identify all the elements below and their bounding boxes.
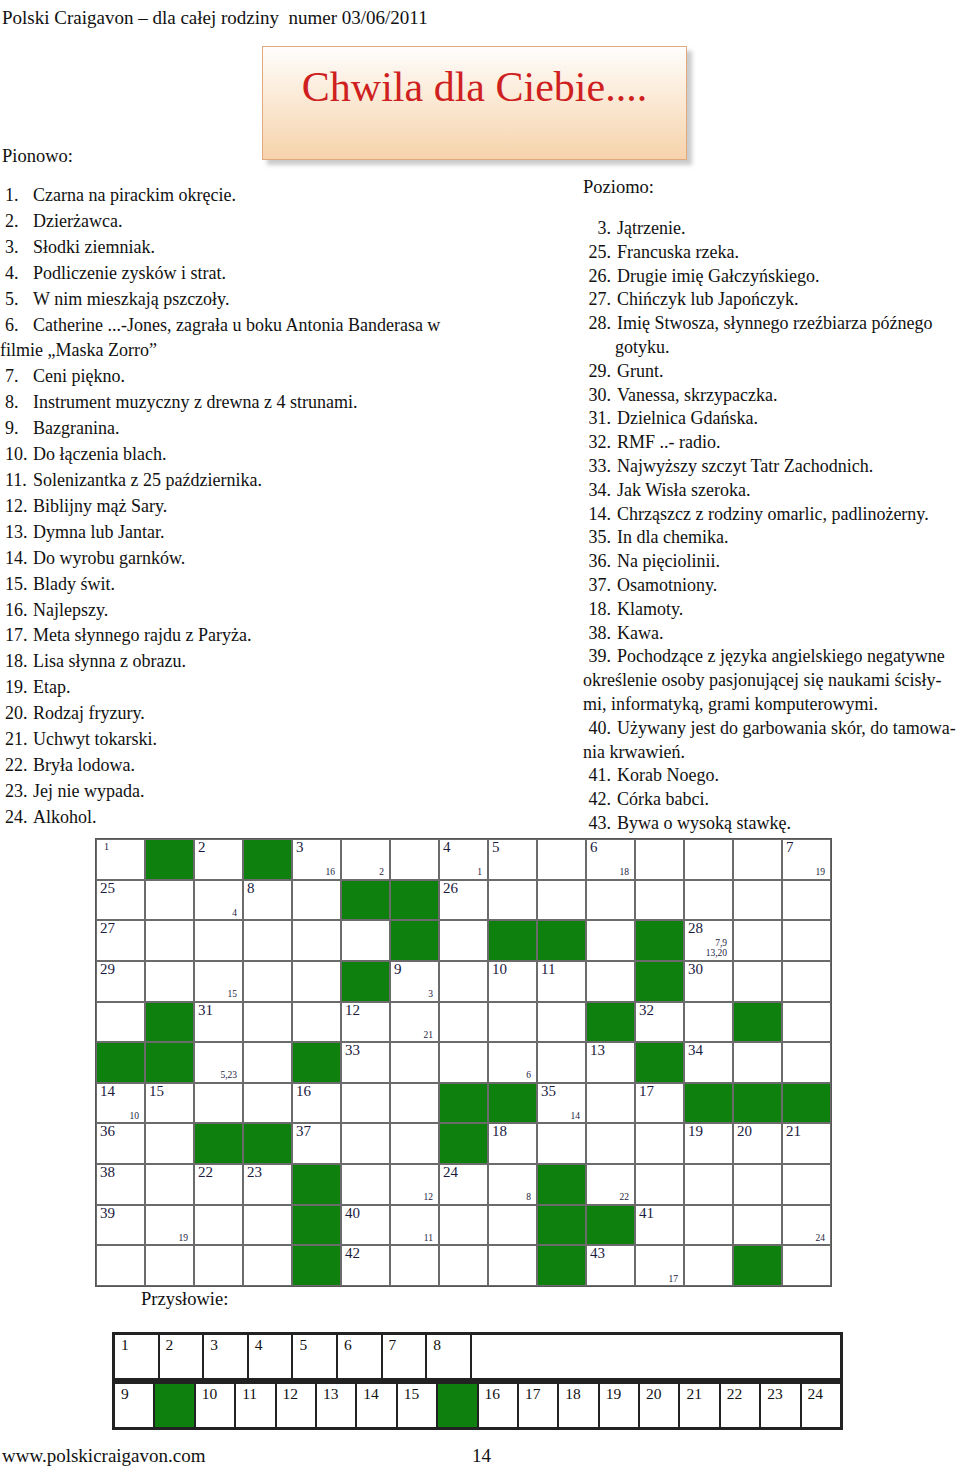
crossword-cell[interactable] — [243, 1002, 292, 1043]
crossword-cell[interactable]: 17 — [635, 1245, 684, 1286]
crossword-cell[interactable]: 34 — [684, 1042, 733, 1083]
crossword-cell[interactable]: 32 — [635, 1002, 684, 1043]
crossword-cell[interactable]: 38 — [96, 1164, 145, 1205]
answer-cell[interactable]: 12 — [276, 1383, 316, 1428]
crossword-cell[interactable]: 1410 — [96, 1083, 145, 1124]
cell-letter-index: 14 — [571, 1111, 581, 1121]
crossword-cell[interactable] — [439, 1205, 488, 1246]
answer-cell-number: 15 — [404, 1385, 420, 1403]
crossword-cell[interactable] — [243, 1245, 292, 1286]
answer-cell-blocked — [437, 1383, 477, 1428]
crossword-cell[interactable]: 43 — [586, 1245, 635, 1286]
clue-number: 34. — [583, 479, 611, 503]
crossword-cell[interactable] — [635, 1123, 684, 1164]
clue-line: 10.Do łączenia blach. — [0, 442, 500, 468]
crossword-cell[interactable] — [96, 1245, 145, 1286]
crossword-cell[interactable]: 15 — [145, 1083, 194, 1124]
clue-number: 19. — [0, 675, 33, 701]
cell-clue-number: 26 — [443, 881, 458, 897]
clue-number: 6. — [0, 313, 33, 339]
crossword-cell[interactable] — [782, 1164, 831, 1205]
answer-cell[interactable]: 19 — [599, 1383, 639, 1428]
crossword-cell[interactable] — [96, 1002, 145, 1043]
clue-number: 3. — [583, 217, 611, 241]
clue-number: 37. — [583, 574, 611, 598]
crossword-cell[interactable]: 41 — [439, 839, 488, 880]
crossword-cell[interactable] — [145, 1245, 194, 1286]
blocked-cell — [537, 1205, 586, 1246]
crossword-cell[interactable]: 4 — [194, 880, 243, 921]
crossword-cell[interactable]: 17 — [635, 1083, 684, 1124]
answer-cell[interactable]: 16 — [478, 1383, 518, 1428]
cell-clue-number: 43 — [590, 1246, 605, 1262]
clue-text: In dla chemika. — [617, 527, 728, 547]
crossword-cell[interactable] — [733, 920, 782, 961]
crossword-cell[interactable]: 26 — [439, 880, 488, 921]
answer-cell-number: 19 — [606, 1385, 622, 1403]
cell-clue-number: 24 — [443, 1165, 458, 1181]
crossword-cell[interactable] — [488, 1245, 537, 1286]
crossword-cell[interactable]: 5 — [488, 839, 537, 880]
crossword-cell[interactable] — [243, 1042, 292, 1083]
crossword-cell[interactable]: 21 — [390, 1002, 439, 1043]
answer-cell-number: 1 — [121, 1336, 129, 1354]
answer-cell[interactable]: 18 — [558, 1383, 598, 1428]
cell-letter-index: 15 — [228, 989, 238, 999]
cell-clue-number: 32 — [639, 1003, 654, 1019]
clue-line: 5.W nim mieszkają pszczoły. — [0, 287, 500, 313]
clue-wrap-line: określenie osoby pasjonującej się naukam… — [583, 669, 960, 693]
answer-cell-number: 4 — [255, 1336, 263, 1354]
crossword-cell[interactable] — [586, 1123, 635, 1164]
crossword-cell[interactable] — [292, 1002, 341, 1043]
crossword-cell[interactable]: 12 — [341, 1002, 390, 1043]
clue-text: Catherine ...-Jones, zagrała u boku Anto… — [33, 315, 440, 335]
blocked-cell — [292, 1245, 341, 1286]
crossword-cell[interactable] — [537, 1123, 586, 1164]
crossword-cell[interactable] — [243, 1205, 292, 1246]
crossword-cell[interactable] — [341, 1083, 390, 1124]
crossword-cell[interactable]: 11 — [390, 1205, 439, 1246]
crossword-cell[interactable] — [292, 961, 341, 1002]
crossword-cell[interactable] — [292, 880, 341, 921]
crossword-cell[interactable]: 18 — [488, 1123, 537, 1164]
crossword-cell[interactable] — [145, 1164, 194, 1205]
crossword-cell[interactable] — [145, 1123, 194, 1164]
answer-cell[interactable]: 8 — [426, 1334, 471, 1379]
answer-cell-number: 23 — [767, 1385, 783, 1403]
crossword-cell[interactable]: 2 — [341, 839, 390, 880]
crossword-cell[interactable] — [439, 1042, 488, 1083]
proverb-answer-row-1: 12345678 — [112, 1332, 843, 1381]
crossword-cell[interactable] — [194, 1245, 243, 1286]
clue-wrap-line: filmie „Maska Zorro” — [0, 338, 500, 364]
crossword-cell[interactable] — [390, 1083, 439, 1124]
crossword-cell[interactable] — [488, 1205, 537, 1246]
clue-line: 18.Klamoty. — [583, 598, 960, 622]
crossword-cell[interactable] — [341, 1123, 390, 1164]
crossword-cell[interactable]: 30 — [684, 961, 733, 1002]
blocked-cell — [537, 1164, 586, 1205]
crossword-cell[interactable]: 10 — [488, 961, 537, 1002]
answer-cell[interactable]: 14 — [356, 1383, 396, 1428]
clue-text: W nim mieszkają pszczoły. — [33, 289, 229, 309]
crossword-cell[interactable] — [684, 1002, 733, 1043]
cell-clue-number: 40 — [345, 1206, 360, 1222]
clue-line: 41.Korab Noego. — [583, 764, 960, 788]
answer-cell[interactable]: 13 — [316, 1383, 356, 1428]
crossword-cell[interactable]: 37 — [292, 1123, 341, 1164]
cell-letter-index: 16 — [326, 867, 336, 877]
crossword-cell[interactable] — [194, 920, 243, 961]
blocked-cell — [684, 1083, 733, 1124]
crossword-cell[interactable] — [292, 920, 341, 961]
clue-text: Córka babci. — [617, 789, 709, 809]
crossword-cell[interactable] — [782, 880, 831, 921]
crossword-cell[interactable]: 618 — [586, 839, 635, 880]
clue-number: 21. — [0, 727, 33, 753]
clue-wrap-line: gotyku. — [583, 336, 960, 360]
crossword-cell[interactable]: 16 — [292, 1083, 341, 1124]
crossword-cell[interactable] — [341, 920, 390, 961]
crossword-cell[interactable] — [390, 1042, 439, 1083]
clue-text: Instrument muzyczny z drewna z 4 strunam… — [33, 392, 357, 412]
cell-letter-index: 3 — [428, 989, 433, 999]
cell-clue-number: 36 — [100, 1124, 115, 1140]
crossword-cell[interactable]: 719 — [782, 839, 831, 880]
crossword-cell[interactable]: 20 — [733, 1123, 782, 1164]
crossword-cell[interactable] — [145, 961, 194, 1002]
answer-cell-number: 16 — [485, 1385, 501, 1403]
clue-number: 41. — [583, 764, 611, 788]
clue-text: Chińczyk lub Japończyk. — [617, 289, 798, 309]
crossword-cell[interactable]: 316 — [292, 839, 341, 880]
crossword-cell[interactable]: 40 — [341, 1205, 390, 1246]
clue-number: 10. — [0, 442, 33, 468]
clue-number: 14. — [0, 546, 33, 572]
crossword-cell[interactable] — [439, 1002, 488, 1043]
crossword-cell[interactable]: 11 — [537, 961, 586, 1002]
clue-line: 13.Dymna lub Jantar. — [0, 520, 500, 546]
crossword-cell[interactable]: 5,23 — [194, 1042, 243, 1083]
clue-line: 39.Pochodzące z języka angielskiego nega… — [583, 645, 960, 669]
clue-line: 1.Czarna na pirackim okręcie. — [0, 183, 500, 209]
crossword-cell[interactable] — [782, 1245, 831, 1286]
crossword-cell[interactable] — [537, 1002, 586, 1043]
crossword-cell[interactable] — [243, 961, 292, 1002]
answer-cell[interactable]: 1 — [114, 1334, 159, 1379]
clue-wrap-line: nia krwawień. — [583, 741, 960, 765]
cell-clue-number: 29 — [100, 962, 115, 978]
poziomo-clue-list: 3.Jątrzenie.25.Francuska rzeka.26.Drugie… — [583, 217, 960, 836]
answer-cell-number: 7 — [389, 1336, 397, 1354]
blocked-cell — [635, 1042, 684, 1083]
cell-clue-number: 35 — [541, 1084, 556, 1100]
answer-cell-number: 10 — [202, 1385, 218, 1403]
crossword-cell[interactable] — [390, 839, 439, 880]
clue-number: 5. — [0, 287, 33, 313]
crossword-cell[interactable] — [537, 839, 586, 880]
answer-cell-number: 17 — [525, 1385, 541, 1403]
answer-cell[interactable]: 2 — [159, 1334, 204, 1379]
crossword-cell[interactable]: 25 — [96, 880, 145, 921]
clue-text: Chrząszcz z rodziny omarlic, padlinożern… — [617, 504, 929, 524]
clue-wrap-line: mi, informatyką, grami komputerowymi. — [583, 693, 960, 717]
crossword-cell[interactable] — [145, 880, 194, 921]
clue-line: 36.Na pięciolinii. — [583, 550, 960, 574]
crossword-cell[interactable]: 41 — [635, 1205, 684, 1246]
crossword-cell[interactable]: 42 — [341, 1245, 390, 1286]
crossword-cell[interactable] — [537, 880, 586, 921]
clue-number: 3. — [0, 235, 33, 261]
poziomo-heading: Poziomo: — [583, 177, 654, 198]
blocked-cell — [439, 1123, 488, 1164]
crossword-cell[interactable] — [782, 1042, 831, 1083]
cell-clue-number: 6 — [590, 840, 598, 856]
clue-number: 1. — [0, 183, 33, 209]
clue-text: Bywa o wysoką stawkę. — [617, 813, 791, 833]
crossword-cell[interactable] — [782, 961, 831, 1002]
crossword-cell[interactable]: 19 — [145, 1205, 194, 1246]
answer-cell-number: 6 — [344, 1336, 352, 1354]
clue-line: 9.Bazgranina. — [0, 416, 500, 442]
crossword-cell[interactable]: 36 — [96, 1123, 145, 1164]
crossword-cell[interactable]: 6 — [488, 1042, 537, 1083]
clue-number: 15. — [0, 572, 33, 598]
crossword-cell[interactable] — [733, 880, 782, 921]
clue-number: 40. — [583, 717, 611, 741]
clue-text: Francuska rzeka. — [617, 242, 739, 262]
clue-line: 31.Dzielnica Gdańska. — [583, 407, 960, 431]
clue-number: 2. — [0, 209, 33, 235]
answer-cell-number: 5 — [299, 1336, 307, 1354]
blocked-cell — [488, 1083, 537, 1124]
crossword-cell[interactable]: 31 — [194, 1002, 243, 1043]
crossword-cell[interactable]: 15 — [194, 961, 243, 1002]
crossword-cell[interactable] — [733, 839, 782, 880]
cell-letter-index: 17 — [669, 1274, 679, 1284]
clue-number: 8. — [0, 390, 33, 416]
crossword-cell[interactable] — [684, 1164, 733, 1205]
clue-text: Dymna lub Jantar. — [33, 522, 164, 542]
crossword-cell[interactable]: 39 — [96, 1205, 145, 1246]
crossword-cell[interactable] — [537, 1042, 586, 1083]
answer-cell[interactable]: 10 — [195, 1383, 235, 1428]
answer-cell[interactable]: 15 — [397, 1383, 437, 1428]
crossword-cell[interactable]: 93 — [390, 961, 439, 1002]
clue-line: 4.Podliczenie zysków i strat. — [0, 261, 500, 287]
crossword-cell[interactable]: 24 — [439, 1164, 488, 1205]
clue-number: 35. — [583, 526, 611, 550]
crossword-cell[interactable] — [684, 1205, 733, 1246]
crossword-cell[interactable] — [782, 1002, 831, 1043]
clue-text: Meta słynnego rajdu z Paryża. — [33, 625, 251, 645]
crossword-cell[interactable]: 12 — [390, 1164, 439, 1205]
crossword-cell[interactable] — [684, 1245, 733, 1286]
crossword-cell[interactable] — [586, 880, 635, 921]
answer-cell[interactable]: 23 — [760, 1383, 800, 1428]
blocked-cell — [292, 1205, 341, 1246]
cell-clue-number: 16 — [296, 1084, 311, 1100]
crossword-cell[interactable] — [341, 1164, 390, 1205]
crossword-cell[interactable] — [635, 839, 684, 880]
clue-text: Biblijny mąż Sary. — [33, 496, 167, 516]
answer-cell-number: 12 — [283, 1385, 299, 1403]
cell-letter-index: 19 — [179, 1233, 189, 1243]
cell-clue-number: 41 — [639, 1206, 654, 1222]
blocked-cell — [488, 920, 537, 961]
cell-letter-index: 18 — [620, 867, 630, 877]
clue-number: 29. — [583, 360, 611, 384]
answer-cell-number: 14 — [363, 1385, 379, 1403]
crossword-cell[interactable] — [586, 961, 635, 1002]
cell-clue-number: 34 — [688, 1043, 703, 1059]
crossword-cell[interactable] — [733, 961, 782, 1002]
crossword-cell[interactable]: 22 — [586, 1164, 635, 1205]
clue-line: 33.Najwyższy szczyt Tatr Zachodnich. — [583, 455, 960, 479]
cell-clue-number: 37 — [296, 1124, 311, 1140]
answer-cell[interactable]: 11 — [235, 1383, 275, 1428]
crossword-cell[interactable]: 27 — [96, 920, 145, 961]
clue-text: Ceni piękno. — [33, 366, 125, 386]
cell-letter-index: 2 — [379, 867, 384, 877]
crossword-cell[interactable]: 21 — [782, 1123, 831, 1164]
crossword-cell[interactable]: 8 — [243, 880, 292, 921]
crossword-cell[interactable] — [194, 1205, 243, 1246]
crossword-cell[interactable] — [390, 1245, 439, 1286]
title-box: Chwila dla Ciebie.... — [262, 46, 687, 160]
crossword-cell[interactable] — [243, 1083, 292, 1124]
cell-clue-number: 28 — [688, 921, 703, 937]
answer-cell[interactable]: 4 — [248, 1334, 293, 1379]
crossword-cell[interactable]: 13 — [586, 1042, 635, 1083]
footer-website: www.polskicraigavon.com — [2, 1445, 206, 1467]
clue-number: 33. — [583, 455, 611, 479]
clue-line: 14.Do wyrobu garnków. — [0, 546, 500, 572]
answer-cell[interactable]: 5 — [292, 1334, 337, 1379]
clue-number: 11. — [0, 468, 33, 494]
answer-cell[interactable]: 9 — [114, 1383, 154, 1428]
crossword-cell[interactable]: 29 — [96, 961, 145, 1002]
clue-line: 3.Słodki ziemniak. — [0, 235, 500, 261]
crossword-cell[interactable] — [488, 1002, 537, 1043]
cell-clue-number: 13 — [590, 1043, 605, 1059]
clue-number: 39. — [583, 645, 611, 669]
crossword-cell[interactable]: 33 — [341, 1042, 390, 1083]
clue-text: Najlepszy. — [33, 600, 108, 620]
clue-line: 16.Najlepszy. — [0, 598, 500, 624]
blocked-cell — [243, 1123, 292, 1164]
crossword-cell[interactable] — [635, 1164, 684, 1205]
answer-cell-blocked — [154, 1383, 194, 1428]
crossword-cell[interactable] — [733, 1042, 782, 1083]
crossword-cell[interactable] — [145, 920, 194, 961]
answer-cell[interactable]: 3 — [203, 1334, 248, 1379]
cell-clue-number: 25 — [100, 881, 115, 897]
cell-clue-number-small: 1 — [104, 841, 109, 852]
clue-text: Najwyższy szczyt Tatr Zachodnich. — [617, 456, 873, 476]
crossword-cell[interactable]: 3514 — [537, 1083, 586, 1124]
answer-cell[interactable]: 20 — [639, 1383, 679, 1428]
cell-clue-number: 21 — [786, 1124, 801, 1140]
crossword-cell[interactable] — [439, 920, 488, 961]
clue-line: 14.Chrząszcz z rodziny omarlic, padlinoż… — [583, 503, 960, 527]
clue-text: Rodzaj fryzury. — [33, 703, 145, 723]
clue-line: 35.In dla chemika. — [583, 526, 960, 550]
cell-letter-index: 22 — [620, 1192, 630, 1202]
clue-line: 43.Bywa o wysoką stawkę. — [583, 812, 960, 836]
crossword-cell[interactable]: 1 — [96, 839, 145, 880]
cell-clue-number: 2 — [198, 840, 206, 856]
crossword-cell[interactable] — [488, 880, 537, 921]
crossword-cell[interactable] — [733, 1164, 782, 1205]
crossword-cell[interactable]: 22 — [194, 1164, 243, 1205]
cell-clue-number: 4 — [443, 840, 451, 856]
clue-text: Alkohol. — [33, 807, 97, 827]
clue-number: 42. — [583, 788, 611, 812]
crossword-cell[interactable] — [684, 839, 733, 880]
answer-cell[interactable]: 6 — [337, 1334, 382, 1379]
clue-text: Słodki ziemniak. — [33, 237, 155, 257]
cell-clue-number: 14 — [100, 1084, 115, 1100]
cell-clue-number: 33 — [345, 1043, 360, 1059]
crossword-cell[interactable]: 23 — [243, 1164, 292, 1205]
crossword-cell[interactable] — [390, 1123, 439, 1164]
crossword-cell[interactable] — [733, 1205, 782, 1246]
clue-line: 7.Ceni piękno. — [0, 364, 500, 390]
clue-number: 26. — [583, 265, 611, 289]
answer-cell[interactable]: 22 — [720, 1383, 760, 1428]
clue-line: 18.Lisa słynna z obrazu. — [0, 649, 500, 675]
cell-clue-number: 18 — [492, 1124, 507, 1140]
crossword-cell[interactable] — [194, 1083, 243, 1124]
blocked-cell — [145, 839, 194, 880]
crossword-cell[interactable] — [243, 920, 292, 961]
cell-clue-number: 31 — [198, 1003, 213, 1019]
clue-line: 6.Catherine ...-Jones, zagrała u boku An… — [0, 313, 500, 339]
clue-line: 28.Imię Stwosza, słynnego rzeźbiarza póź… — [583, 312, 960, 336]
clue-text: Do wyrobu garnków. — [33, 548, 185, 568]
answer-cell[interactable]: 21 — [679, 1383, 719, 1428]
cell-letter-index: 5,23 — [220, 1070, 237, 1080]
crossword-cell[interactable]: 19 — [684, 1123, 733, 1164]
clue-line: 37.Osamotniony. — [583, 574, 960, 598]
blocked-cell — [390, 880, 439, 921]
clue-line: 8.Instrument muzyczny z drewna z 4 strun… — [0, 390, 500, 416]
crossword-cell[interactable] — [782, 920, 831, 961]
crossword-cell[interactable] — [684, 880, 733, 921]
crossword-cell[interactable] — [586, 920, 635, 961]
cell-clue-number: 39 — [100, 1206, 115, 1222]
clue-number: 27. — [583, 288, 611, 312]
crossword-cell[interactable] — [439, 1245, 488, 1286]
answer-cell[interactable]: 7 — [382, 1334, 427, 1379]
clue-text: Klamoty. — [617, 599, 683, 619]
clue-number: 18. — [583, 598, 611, 622]
crossword-cell[interactable] — [635, 880, 684, 921]
answer-cell[interactable]: 24 — [801, 1383, 841, 1428]
clue-number: 23. — [0, 779, 33, 805]
crossword-cell[interactable]: 2 — [194, 839, 243, 880]
crossword-cell[interactable] — [586, 1083, 635, 1124]
answer-cell[interactable]: 17 — [518, 1383, 558, 1428]
clue-text: Imię Stwosza, słynnego rzeźbiarza późneg… — [617, 313, 932, 333]
crossword-cell[interactable]: 287,9 13,20 — [684, 920, 733, 961]
crossword-cell[interactable]: 24 — [782, 1205, 831, 1246]
crossword-cell[interactable]: 8 — [488, 1164, 537, 1205]
answer-cell[interactable] — [471, 1334, 841, 1379]
crossword-cell[interactable] — [439, 961, 488, 1002]
